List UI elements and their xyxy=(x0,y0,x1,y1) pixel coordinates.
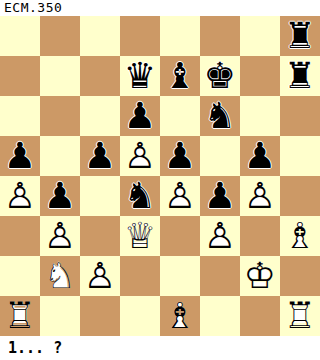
square-a5[interactable]: ♟ xyxy=(0,136,40,176)
square-a1[interactable]: ♜♖ xyxy=(0,296,40,336)
square-h3[interactable]: ♝♗ xyxy=(280,216,320,256)
square-h1[interactable]: ♜♖ xyxy=(280,296,320,336)
piece-black-bishop: ♝ xyxy=(160,56,200,96)
square-e2[interactable] xyxy=(160,256,200,296)
square-d1[interactable] xyxy=(120,296,160,336)
square-g4[interactable]: ♟♙ xyxy=(240,176,280,216)
move-prompt: 1... ? xyxy=(0,336,62,360)
square-c3[interactable] xyxy=(80,216,120,256)
chessboard: ♜♛♝♚♜♟♞♟♟♟♙♟♟♟♙♟♞♟♙♟♟♙♟♙♛♕♟♙♝♗♞♘♟♙♚♔♜♖♝♗… xyxy=(0,16,320,336)
square-d3[interactable]: ♛♕ xyxy=(120,216,160,256)
square-d7[interactable]: ♛ xyxy=(120,56,160,96)
square-b6[interactable] xyxy=(40,96,80,136)
square-e5[interactable]: ♟ xyxy=(160,136,200,176)
piece-black-pawn: ♟ xyxy=(200,176,240,216)
square-f6[interactable]: ♞ xyxy=(200,96,240,136)
piece-white-pawn: ♟♙ xyxy=(240,176,280,216)
square-g7[interactable] xyxy=(240,56,280,96)
square-a3[interactable] xyxy=(0,216,40,256)
square-c6[interactable] xyxy=(80,96,120,136)
square-a7[interactable] xyxy=(0,56,40,96)
square-f2[interactable] xyxy=(200,256,240,296)
piece-white-pawn: ♟♙ xyxy=(40,216,80,256)
piece-white-pawn: ♟♙ xyxy=(200,216,240,256)
square-b5[interactable] xyxy=(40,136,80,176)
square-f8[interactable] xyxy=(200,16,240,56)
square-b1[interactable] xyxy=(40,296,80,336)
square-h8[interactable]: ♜ xyxy=(280,16,320,56)
square-h2[interactable] xyxy=(280,256,320,296)
square-c5[interactable]: ♟ xyxy=(80,136,120,176)
square-d4[interactable]: ♞ xyxy=(120,176,160,216)
square-c7[interactable] xyxy=(80,56,120,96)
square-b2[interactable]: ♞♘ xyxy=(40,256,80,296)
piece-black-rook: ♜ xyxy=(280,56,320,96)
square-f7[interactable]: ♚ xyxy=(200,56,240,96)
piece-black-pawn: ♟ xyxy=(240,136,280,176)
piece-black-pawn: ♟ xyxy=(0,136,40,176)
square-g8[interactable] xyxy=(240,16,280,56)
piece-white-pawn: ♟♙ xyxy=(80,256,120,296)
square-f4[interactable]: ♟ xyxy=(200,176,240,216)
square-h7[interactable]: ♜ xyxy=(280,56,320,96)
square-f1[interactable] xyxy=(200,296,240,336)
piece-black-pawn: ♟ xyxy=(40,176,80,216)
piece-white-bishop: ♝♗ xyxy=(160,296,200,336)
square-c1[interactable] xyxy=(80,296,120,336)
square-h5[interactable] xyxy=(280,136,320,176)
square-e8[interactable] xyxy=(160,16,200,56)
piece-white-knight: ♞♘ xyxy=(40,256,80,296)
square-c8[interactable] xyxy=(80,16,120,56)
square-a2[interactable] xyxy=(0,256,40,296)
square-a8[interactable] xyxy=(0,16,40,56)
square-a4[interactable]: ♟♙ xyxy=(0,176,40,216)
diagram-title: ECM.350 xyxy=(0,0,62,16)
square-g1[interactable] xyxy=(240,296,280,336)
piece-white-rook: ♜♖ xyxy=(280,296,320,336)
square-f3[interactable]: ♟♙ xyxy=(200,216,240,256)
square-c2[interactable]: ♟♙ xyxy=(80,256,120,296)
square-g2[interactable]: ♚♔ xyxy=(240,256,280,296)
square-b4[interactable]: ♟ xyxy=(40,176,80,216)
piece-white-queen: ♛♕ xyxy=(120,216,160,256)
piece-black-pawn: ♟ xyxy=(160,136,200,176)
square-e1[interactable]: ♝♗ xyxy=(160,296,200,336)
piece-white-king: ♚♔ xyxy=(240,256,280,296)
square-g3[interactable] xyxy=(240,216,280,256)
square-d5[interactable]: ♟♙ xyxy=(120,136,160,176)
piece-black-pawn: ♟ xyxy=(120,96,160,136)
square-a6[interactable] xyxy=(0,96,40,136)
square-g6[interactable] xyxy=(240,96,280,136)
piece-black-pawn: ♟ xyxy=(80,136,120,176)
piece-black-knight: ♞ xyxy=(120,176,160,216)
square-b3[interactable]: ♟♙ xyxy=(40,216,80,256)
diagram-header: ECM.350 xyxy=(0,0,320,16)
piece-black-rook: ♜ xyxy=(280,16,320,56)
square-d8[interactable] xyxy=(120,16,160,56)
square-b7[interactable] xyxy=(40,56,80,96)
square-d2[interactable] xyxy=(120,256,160,296)
square-h6[interactable] xyxy=(280,96,320,136)
square-f5[interactable] xyxy=(200,136,240,176)
piece-black-knight: ♞ xyxy=(200,96,240,136)
piece-white-pawn: ♟♙ xyxy=(120,136,160,176)
piece-white-pawn: ♟♙ xyxy=(160,176,200,216)
square-c4[interactable] xyxy=(80,176,120,216)
piece-black-queen: ♛ xyxy=(120,56,160,96)
square-e3[interactable] xyxy=(160,216,200,256)
diagram-footer: 1... ? xyxy=(0,336,320,360)
piece-black-king: ♚ xyxy=(200,56,240,96)
square-d6[interactable]: ♟ xyxy=(120,96,160,136)
square-e6[interactable] xyxy=(160,96,200,136)
square-e4[interactable]: ♟♙ xyxy=(160,176,200,216)
square-h4[interactable] xyxy=(280,176,320,216)
square-e7[interactable]: ♝ xyxy=(160,56,200,96)
square-g5[interactable]: ♟ xyxy=(240,136,280,176)
piece-white-pawn: ♟♙ xyxy=(0,176,40,216)
piece-white-rook: ♜♖ xyxy=(0,296,40,336)
piece-white-bishop: ♝♗ xyxy=(280,216,320,256)
square-b8[interactable] xyxy=(40,16,80,56)
